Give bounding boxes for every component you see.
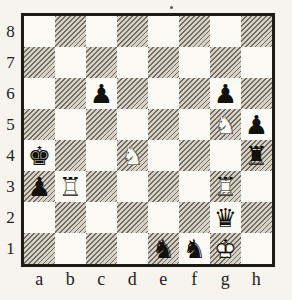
piece-white-king-g1: ♔ (210, 233, 241, 264)
square-b8[interactable] (55, 16, 86, 47)
square-a6[interactable] (24, 78, 55, 109)
square-c3[interactable] (86, 171, 117, 202)
square-f6[interactable] (179, 78, 210, 109)
square-b1[interactable] (55, 233, 86, 264)
square-e2[interactable] (148, 202, 179, 233)
square-h6[interactable] (241, 78, 272, 109)
file-label-d: d (117, 269, 148, 290)
square-a4[interactable]: ♚ (24, 140, 55, 171)
square-c7[interactable] (86, 47, 117, 78)
square-c1[interactable] (86, 233, 117, 264)
square-e4[interactable] (148, 140, 179, 171)
square-b3[interactable]: ♖ (55, 171, 86, 202)
rank-labels: 87654321 (0, 13, 21, 267)
square-d8[interactable] (117, 16, 148, 47)
square-h4[interactable]: ♜ (241, 140, 272, 171)
file-label-b: b (55, 269, 86, 290)
square-c2[interactable] (86, 202, 117, 233)
square-b7[interactable] (55, 47, 86, 78)
square-b2[interactable] (55, 202, 86, 233)
square-f5[interactable] (179, 109, 210, 140)
square-f1[interactable]: ♞ (179, 233, 210, 264)
square-h5[interactable]: ♟ (241, 109, 272, 140)
square-e6[interactable] (148, 78, 179, 109)
rank-label-3: 3 (0, 171, 21, 202)
piece-black-knight-e1: ♞ (148, 233, 179, 264)
square-g8[interactable] (210, 16, 241, 47)
square-d4[interactable]: ♘ (117, 140, 148, 171)
file-label-a: a (24, 269, 55, 290)
rank-label-1: 1 (0, 233, 21, 264)
square-e1[interactable]: ♞ (148, 233, 179, 264)
piece-black-pawn-g6: ♟ (210, 78, 241, 109)
square-a7[interactable] (24, 47, 55, 78)
square-a8[interactable] (24, 16, 55, 47)
square-h2[interactable] (241, 202, 272, 233)
rank-label-2: 2 (0, 202, 21, 233)
square-c6[interactable]: ♟ (86, 78, 117, 109)
square-a5[interactable] (24, 109, 55, 140)
square-h7[interactable] (241, 47, 272, 78)
piece-white-rook-b3: ♖ (55, 171, 86, 202)
square-e7[interactable] (148, 47, 179, 78)
square-d7[interactable] (117, 47, 148, 78)
square-g7[interactable] (210, 47, 241, 78)
piece-black-queen-g2: ♛ (210, 202, 241, 233)
square-e3[interactable] (148, 171, 179, 202)
square-d2[interactable] (117, 202, 148, 233)
square-d6[interactable] (117, 78, 148, 109)
square-a1[interactable] (24, 233, 55, 264)
rank-label-6: 6 (0, 78, 21, 109)
square-f8[interactable] (179, 16, 210, 47)
square-c5[interactable] (86, 109, 117, 140)
chess-board: ♟♟♘♟♚♘♜♟♖♖♛♞♞♔ (21, 13, 275, 267)
square-d1[interactable] (117, 233, 148, 264)
square-a3[interactable]: ♟ (24, 171, 55, 202)
print-speckle (170, 6, 173, 9)
piece-white-rook-g3: ♖ (210, 171, 241, 202)
file-label-f: f (179, 269, 210, 290)
square-c4[interactable] (86, 140, 117, 171)
square-e8[interactable] (148, 16, 179, 47)
square-e5[interactable] (148, 109, 179, 140)
rank-label-4: 4 (0, 140, 21, 171)
piece-white-knight-d4: ♘ (117, 140, 148, 171)
square-g3[interactable]: ♖ (210, 171, 241, 202)
piece-black-rook-h4: ♜ (241, 140, 272, 171)
square-h3[interactable] (241, 171, 272, 202)
square-h8[interactable] (241, 16, 272, 47)
square-g5[interactable]: ♘ (210, 109, 241, 140)
square-f7[interactable] (179, 47, 210, 78)
square-f4[interactable] (179, 140, 210, 171)
piece-black-pawn-h5: ♟ (241, 109, 272, 140)
rank-label-8: 8 (0, 16, 21, 47)
square-b6[interactable] (55, 78, 86, 109)
square-g6[interactable]: ♟ (210, 78, 241, 109)
square-f2[interactable] (179, 202, 210, 233)
file-label-g: g (210, 269, 241, 290)
square-g1[interactable]: ♔ (210, 233, 241, 264)
piece-black-knight-f1: ♞ (179, 233, 210, 264)
square-a2[interactable] (24, 202, 55, 233)
file-label-c: c (86, 269, 117, 290)
square-h1[interactable] (241, 233, 272, 264)
rank-label-5: 5 (0, 109, 21, 140)
rank-label-7: 7 (0, 47, 21, 78)
chess-diagram: 87654321 ♟♟♘♟♚♘♜♟♖♖♛♞♞♔ abcdefgh (0, 0, 292, 300)
piece-white-knight-g5: ♘ (210, 109, 241, 140)
piece-black-king-a4: ♚ (24, 140, 55, 171)
square-g4[interactable] (210, 140, 241, 171)
file-label-h: h (241, 269, 272, 290)
square-b4[interactable] (55, 140, 86, 171)
piece-black-pawn-a3: ♟ (24, 171, 55, 202)
square-d3[interactable] (117, 171, 148, 202)
square-d5[interactable] (117, 109, 148, 140)
file-labels: abcdefgh (21, 267, 275, 290)
square-g2[interactable]: ♛ (210, 202, 241, 233)
file-label-e: e (148, 269, 179, 290)
square-f3[interactable] (179, 171, 210, 202)
piece-black-pawn-c6: ♟ (86, 78, 117, 109)
square-c8[interactable] (86, 16, 117, 47)
square-b5[interactable] (55, 109, 86, 140)
